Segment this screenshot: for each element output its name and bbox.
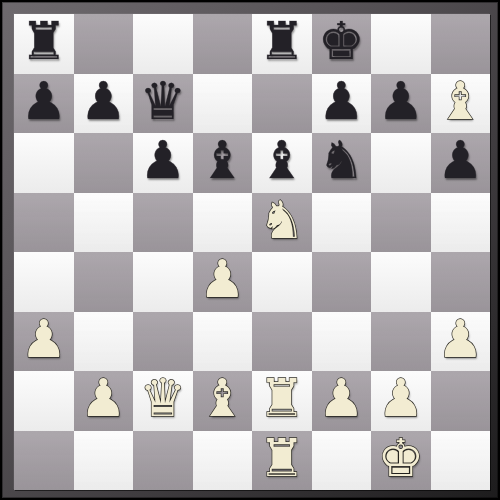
square-g2[interactable]: ♟ — [371, 371, 431, 431]
square-a1[interactable] — [14, 431, 74, 491]
square-d1[interactable] — [193, 431, 253, 491]
black-pawn[interactable]: ♟ — [431, 133, 491, 190]
white-pawn[interactable]: ♟ — [14, 312, 74, 369]
square-c5[interactable] — [133, 193, 193, 253]
square-f1[interactable] — [312, 431, 372, 491]
square-f6[interactable]: ♞ — [312, 133, 372, 193]
square-h6[interactable]: ♟ — [431, 133, 491, 193]
square-a2[interactable] — [14, 371, 74, 431]
square-e5[interactable]: ♞ — [252, 193, 312, 253]
black-knight[interactable]: ♞ — [312, 133, 372, 190]
square-d5[interactable] — [193, 193, 253, 253]
square-f2[interactable]: ♟ — [312, 371, 372, 431]
square-b1[interactable] — [74, 431, 134, 491]
square-e8[interactable]: ♜ — [252, 14, 312, 74]
black-bishop[interactable]: ♝ — [193, 133, 253, 190]
square-a6[interactable] — [14, 133, 74, 193]
square-b8[interactable] — [74, 14, 134, 74]
square-f8[interactable]: ♚ — [312, 14, 372, 74]
white-bishop[interactable]: ♝ — [431, 74, 491, 131]
black-pawn[interactable]: ♟ — [371, 74, 431, 131]
square-c3[interactable] — [133, 312, 193, 372]
board-frame: ♜♜♚♟♟♛♟♟♝♟♝♝♞♟♞♟♟♟♟♛♝♜♟♟♜♚ — [2, 2, 498, 498]
square-b4[interactable] — [74, 252, 134, 312]
square-g8[interactable] — [371, 14, 431, 74]
white-pawn[interactable]: ♟ — [371, 371, 431, 428]
white-knight[interactable]: ♞ — [252, 193, 312, 250]
square-g1[interactable]: ♚ — [371, 431, 431, 491]
white-pawn[interactable]: ♟ — [431, 312, 491, 369]
square-e7[interactable] — [252, 74, 312, 134]
white-pawn[interactable]: ♟ — [193, 252, 253, 309]
square-c8[interactable] — [133, 14, 193, 74]
square-h7[interactable]: ♝ — [431, 74, 491, 134]
black-bishop[interactable]: ♝ — [252, 133, 312, 190]
white-rook[interactable]: ♜ — [252, 431, 312, 488]
square-d8[interactable] — [193, 14, 253, 74]
square-e4[interactable] — [252, 252, 312, 312]
black-pawn[interactable]: ♟ — [14, 74, 74, 131]
square-a5[interactable] — [14, 193, 74, 253]
square-d6[interactable]: ♝ — [193, 133, 253, 193]
white-rook[interactable]: ♜ — [252, 371, 312, 428]
square-a4[interactable] — [14, 252, 74, 312]
black-pawn[interactable]: ♟ — [74, 74, 134, 131]
square-b6[interactable] — [74, 133, 134, 193]
square-c1[interactable] — [133, 431, 193, 491]
black-pawn[interactable]: ♟ — [133, 133, 193, 190]
white-pawn[interactable]: ♟ — [74, 371, 134, 428]
square-f3[interactable] — [312, 312, 372, 372]
square-g3[interactable] — [371, 312, 431, 372]
square-h4[interactable] — [431, 252, 491, 312]
square-b5[interactable] — [74, 193, 134, 253]
square-a8[interactable]: ♜ — [14, 14, 74, 74]
square-f4[interactable] — [312, 252, 372, 312]
black-rook[interactable]: ♜ — [14, 14, 74, 71]
chess-board: ♜♜♚♟♟♛♟♟♝♟♝♝♞♟♞♟♟♟♟♛♝♜♟♟♜♚ — [14, 14, 490, 490]
square-a7[interactable]: ♟ — [14, 74, 74, 134]
black-queen[interactable]: ♛ — [133, 74, 193, 131]
square-e1[interactable]: ♜ — [252, 431, 312, 491]
square-h3[interactable]: ♟ — [431, 312, 491, 372]
square-f7[interactable]: ♟ — [312, 74, 372, 134]
white-bishop[interactable]: ♝ — [193, 371, 253, 428]
square-d4[interactable]: ♟ — [193, 252, 253, 312]
white-pawn[interactable]: ♟ — [312, 371, 372, 428]
square-g6[interactable] — [371, 133, 431, 193]
square-d7[interactable] — [193, 74, 253, 134]
square-e6[interactable]: ♝ — [252, 133, 312, 193]
square-d3[interactable] — [193, 312, 253, 372]
square-b7[interactable]: ♟ — [74, 74, 134, 134]
square-c2[interactable]: ♛ — [133, 371, 193, 431]
square-d2[interactable]: ♝ — [193, 371, 253, 431]
square-c7[interactable]: ♛ — [133, 74, 193, 134]
chess-app-window: ♜♜♚♟♟♛♟♟♝♟♝♝♞♟♞♟♟♟♟♛♝♜♟♟♜♚ — [0, 0, 500, 500]
square-c4[interactable] — [133, 252, 193, 312]
square-b2[interactable]: ♟ — [74, 371, 134, 431]
square-h5[interactable] — [431, 193, 491, 253]
black-king[interactable]: ♚ — [312, 14, 372, 71]
square-h8[interactable] — [431, 14, 491, 74]
black-pawn[interactable]: ♟ — [312, 74, 372, 131]
square-h2[interactable] — [431, 371, 491, 431]
white-queen[interactable]: ♛ — [133, 371, 193, 428]
black-rook[interactable]: ♜ — [252, 14, 312, 71]
square-a3[interactable]: ♟ — [14, 312, 74, 372]
white-king[interactable]: ♚ — [371, 431, 431, 488]
square-g5[interactable] — [371, 193, 431, 253]
square-b3[interactable] — [74, 312, 134, 372]
square-c6[interactable]: ♟ — [133, 133, 193, 193]
square-g7[interactable]: ♟ — [371, 74, 431, 134]
square-h1[interactable] — [431, 431, 491, 491]
square-g4[interactable] — [371, 252, 431, 312]
square-f5[interactable] — [312, 193, 372, 253]
square-e2[interactable]: ♜ — [252, 371, 312, 431]
square-e3[interactable] — [252, 312, 312, 372]
